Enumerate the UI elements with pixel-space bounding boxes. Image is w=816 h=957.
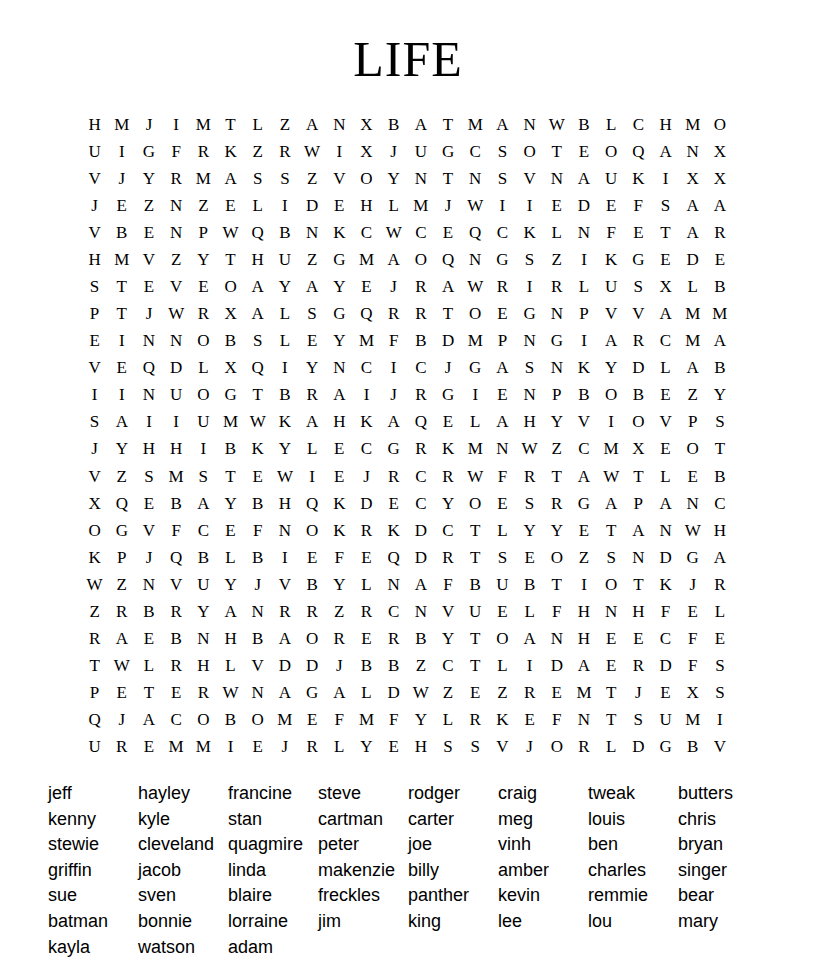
grid-cell[interactable]: T [217, 111, 244, 138]
grid-cell[interactable]: S [516, 246, 543, 273]
grid-cell[interactable]: E [380, 734, 407, 761]
grid-cell[interactable]: E [434, 409, 461, 436]
grid-cell[interactable]: B [706, 273, 733, 300]
grid-cell[interactable]: N [407, 165, 434, 192]
grid-cell[interactable]: X [353, 111, 380, 138]
grid-cell[interactable]: D [163, 355, 190, 382]
grid-cell[interactable]: E [462, 680, 489, 707]
grid-cell[interactable]: C [407, 463, 434, 490]
grid-cell[interactable]: N [570, 707, 597, 734]
grid-cell[interactable]: M [108, 246, 135, 273]
grid-cell[interactable]: S [434, 734, 461, 761]
grid-cell[interactable]: L [652, 463, 679, 490]
grid-cell[interactable]: Y [326, 328, 353, 355]
grid-cell[interactable]: H [625, 598, 652, 625]
grid-cell[interactable]: N [570, 219, 597, 246]
grid-cell[interactable]: R [108, 598, 135, 625]
grid-cell[interactable]: C [625, 111, 652, 138]
grid-cell[interactable]: E [543, 192, 570, 219]
grid-cell[interactable]: B [407, 328, 434, 355]
grid-cell[interactable]: K [271, 409, 298, 436]
grid-cell[interactable]: F [163, 138, 190, 165]
grid-cell[interactable]: I [570, 246, 597, 273]
grid-cell[interactable]: E [135, 273, 162, 300]
grid-cell[interactable]: R [407, 301, 434, 328]
grid-cell[interactable]: T [81, 653, 108, 680]
grid-cell[interactable]: V [271, 571, 298, 598]
grid-cell[interactable]: A [706, 192, 733, 219]
grid-cell[interactable]: K [625, 165, 652, 192]
grid-cell[interactable]: E [326, 192, 353, 219]
grid-cell[interactable]: X [679, 165, 706, 192]
grid-cell[interactable]: Z [326, 598, 353, 625]
grid-cell[interactable]: A [489, 111, 516, 138]
grid-cell[interactable]: E [326, 436, 353, 463]
grid-cell[interactable]: U [271, 246, 298, 273]
grid-cell[interactable]: R [625, 328, 652, 355]
grid-cell[interactable]: H [81, 246, 108, 273]
grid-cell[interactable]: E [108, 192, 135, 219]
grid-cell[interactable]: T [135, 680, 162, 707]
grid-cell[interactable]: N [163, 192, 190, 219]
grid-cell[interactable]: D [652, 653, 679, 680]
grid-cell[interactable]: T [598, 707, 625, 734]
grid-cell[interactable]: T [217, 246, 244, 273]
grid-cell[interactable]: C [380, 598, 407, 625]
grid-cell[interactable]: D [434, 328, 461, 355]
grid-cell[interactable]: L [353, 571, 380, 598]
grid-cell[interactable]: N [598, 598, 625, 625]
grid-cell[interactable]: J [135, 544, 162, 571]
grid-cell[interactable]: O [598, 571, 625, 598]
grid-cell[interactable]: E [299, 707, 326, 734]
grid-cell[interactable]: E [217, 192, 244, 219]
grid-cell[interactable]: C [652, 625, 679, 652]
grid-cell[interactable]: M [353, 328, 380, 355]
grid-cell[interactable]: Z [135, 192, 162, 219]
grid-cell[interactable]: N [135, 328, 162, 355]
grid-cell[interactable]: E [190, 273, 217, 300]
grid-cell[interactable]: N [543, 165, 570, 192]
grid-cell[interactable]: R [299, 382, 326, 409]
grid-cell[interactable]: E [652, 382, 679, 409]
grid-cell[interactable]: N [407, 598, 434, 625]
grid-cell[interactable]: E [706, 625, 733, 652]
grid-cell[interactable]: A [217, 165, 244, 192]
grid-cell[interactable]: R [299, 734, 326, 761]
grid-cell[interactable]: D [299, 192, 326, 219]
grid-cell[interactable]: R [380, 463, 407, 490]
grid-cell[interactable]: S [516, 355, 543, 382]
grid-cell[interactable]: N [462, 165, 489, 192]
grid-cell[interactable]: W [598, 463, 625, 490]
grid-cell[interactable]: S [489, 544, 516, 571]
grid-cell[interactable]: R [570, 734, 597, 761]
grid-cell[interactable]: I [598, 409, 625, 436]
grid-cell[interactable]: V [598, 301, 625, 328]
grid-cell[interactable]: E [570, 517, 597, 544]
grid-cell[interactable]: Q [299, 490, 326, 517]
grid-cell[interactable]: B [380, 653, 407, 680]
grid-cell[interactable]: A [679, 192, 706, 219]
grid-cell[interactable]: D [625, 355, 652, 382]
grid-cell[interactable]: V [434, 598, 461, 625]
grid-cell[interactable]: X [706, 138, 733, 165]
grid-cell[interactable]: V [244, 653, 271, 680]
grid-cell[interactable]: T [598, 517, 625, 544]
grid-cell[interactable]: R [353, 517, 380, 544]
grid-cell[interactable]: O [244, 707, 271, 734]
grid-cell[interactable]: F [380, 328, 407, 355]
grid-cell[interactable]: H [81, 111, 108, 138]
grid-cell[interactable]: E [434, 219, 461, 246]
grid-cell[interactable]: C [353, 355, 380, 382]
grid-cell[interactable]: S [271, 165, 298, 192]
grid-cell[interactable]: G [299, 680, 326, 707]
grid-cell[interactable]: A [489, 355, 516, 382]
grid-cell[interactable]: T [434, 111, 461, 138]
grid-cell[interactable]: B [271, 219, 298, 246]
grid-cell[interactable]: N [516, 328, 543, 355]
grid-cell[interactable]: W [271, 463, 298, 490]
grid-cell[interactable]: J [108, 707, 135, 734]
grid-cell[interactable]: B [217, 436, 244, 463]
grid-cell[interactable]: Y [326, 273, 353, 300]
grid-cell[interactable]: B [244, 625, 271, 652]
grid-cell[interactable]: Z [299, 165, 326, 192]
grid-cell[interactable]: R [190, 301, 217, 328]
grid-cell[interactable]: G [217, 382, 244, 409]
grid-cell[interactable]: R [163, 653, 190, 680]
grid-cell[interactable]: L [652, 355, 679, 382]
grid-cell[interactable]: O [462, 301, 489, 328]
grid-cell[interactable]: G [326, 301, 353, 328]
grid-cell[interactable]: L [434, 707, 461, 734]
grid-cell[interactable]: F [598, 219, 625, 246]
grid-cell[interactable]: E [679, 463, 706, 490]
grid-cell[interactable]: A [434, 273, 461, 300]
grid-cell[interactable]: T [543, 138, 570, 165]
grid-cell[interactable]: W [462, 463, 489, 490]
grid-cell[interactable]: O [190, 707, 217, 734]
grid-cell[interactable]: A [380, 409, 407, 436]
grid-cell[interactable]: I [190, 436, 217, 463]
grid-cell[interactable]: T [434, 165, 461, 192]
grid-cell[interactable]: S [706, 409, 733, 436]
grid-cell[interactable]: M [679, 328, 706, 355]
grid-cell[interactable]: Y [135, 165, 162, 192]
grid-cell[interactable]: O [190, 328, 217, 355]
grid-cell[interactable]: J [244, 571, 271, 598]
grid-cell[interactable]: F [543, 598, 570, 625]
grid-cell[interactable]: E [353, 273, 380, 300]
grid-cell[interactable]: E [244, 734, 271, 761]
grid-cell[interactable]: J [353, 463, 380, 490]
grid-cell[interactable]: S [489, 165, 516, 192]
grid-cell[interactable]: J [380, 273, 407, 300]
grid-cell[interactable]: V [81, 355, 108, 382]
grid-cell[interactable]: Z [543, 436, 570, 463]
grid-cell[interactable]: E [81, 328, 108, 355]
grid-cell[interactable]: Z [407, 653, 434, 680]
grid-cell[interactable]: O [706, 111, 733, 138]
grid-cell[interactable]: I [108, 328, 135, 355]
grid-cell[interactable]: Y [108, 436, 135, 463]
grid-cell[interactable]: K [326, 219, 353, 246]
grid-cell[interactable]: R [543, 273, 570, 300]
grid-cell[interactable]: L [271, 328, 298, 355]
grid-cell[interactable]: T [598, 680, 625, 707]
grid-cell[interactable]: L [380, 192, 407, 219]
grid-cell[interactable]: I [217, 734, 244, 761]
grid-cell[interactable]: E [570, 138, 597, 165]
grid-cell[interactable]: Z [570, 544, 597, 571]
grid-cell[interactable]: F [163, 517, 190, 544]
grid-cell[interactable]: R [407, 382, 434, 409]
grid-cell[interactable]: H [190, 653, 217, 680]
grid-cell[interactable]: J [679, 571, 706, 598]
grid-cell[interactable]: Q [380, 544, 407, 571]
grid-cell[interactable]: G [326, 246, 353, 273]
grid-cell[interactable]: Y [217, 490, 244, 517]
grid-cell[interactable]: W [543, 111, 570, 138]
grid-cell[interactable]: U [598, 165, 625, 192]
grid-cell[interactable]: N [326, 111, 353, 138]
grid-cell[interactable]: H [244, 246, 271, 273]
grid-cell[interactable]: U [163, 382, 190, 409]
grid-cell[interactable]: N [543, 355, 570, 382]
grid-cell[interactable]: H [570, 625, 597, 652]
grid-cell[interactable]: I [380, 355, 407, 382]
grid-cell[interactable]: I [570, 328, 597, 355]
grid-cell[interactable]: F [679, 653, 706, 680]
grid-cell[interactable]: T [462, 517, 489, 544]
grid-cell[interactable]: Z [244, 138, 271, 165]
grid-cell[interactable]: C [353, 436, 380, 463]
grid-cell[interactable]: D [625, 734, 652, 761]
grid-cell[interactable]: O [516, 138, 543, 165]
grid-cell[interactable]: N [462, 246, 489, 273]
grid-cell[interactable]: D [271, 653, 298, 680]
grid-cell[interactable]: L [271, 301, 298, 328]
grid-cell[interactable]: R [81, 625, 108, 652]
grid-cell[interactable]: E [706, 246, 733, 273]
grid-cell[interactable]: X [81, 490, 108, 517]
grid-cell[interactable]: R [434, 463, 461, 490]
grid-cell[interactable]: Q [625, 138, 652, 165]
grid-cell[interactable]: E [135, 219, 162, 246]
grid-cell[interactable]: C [407, 355, 434, 382]
grid-cell[interactable]: S [625, 707, 652, 734]
grid-cell[interactable]: N [625, 544, 652, 571]
grid-cell[interactable]: N [163, 219, 190, 246]
grid-cell[interactable]: R [434, 544, 461, 571]
grid-cell[interactable]: V [81, 165, 108, 192]
grid-cell[interactable]: O [543, 544, 570, 571]
grid-cell[interactable]: E [217, 517, 244, 544]
grid-cell[interactable]: Q [462, 219, 489, 246]
grid-cell[interactable]: A [407, 111, 434, 138]
grid-cell[interactable]: G [625, 246, 652, 273]
grid-cell[interactable]: E [326, 463, 353, 490]
grid-cell[interactable]: L [489, 653, 516, 680]
grid-cell[interactable]: A [679, 219, 706, 246]
grid-cell[interactable]: L [217, 544, 244, 571]
grid-cell[interactable]: S [244, 328, 271, 355]
grid-cell[interactable]: H [326, 409, 353, 436]
grid-cell[interactable]: O [679, 436, 706, 463]
grid-cell[interactable]: S [625, 273, 652, 300]
grid-cell[interactable]: A [407, 571, 434, 598]
grid-cell[interactable]: B [706, 463, 733, 490]
grid-cell[interactable]: N [299, 219, 326, 246]
grid-cell[interactable]: S [81, 273, 108, 300]
grid-cell[interactable]: E [652, 436, 679, 463]
grid-cell[interactable]: Y [516, 517, 543, 544]
grid-cell[interactable]: J [108, 165, 135, 192]
grid-cell[interactable]: I [108, 138, 135, 165]
grid-cell[interactable]: W [407, 680, 434, 707]
grid-cell[interactable]: I [353, 382, 380, 409]
grid-cell[interactable]: K [652, 571, 679, 598]
grid-cell[interactable]: G [679, 544, 706, 571]
grid-cell[interactable]: B [570, 111, 597, 138]
grid-cell[interactable]: D [679, 246, 706, 273]
grid-cell[interactable]: N [679, 138, 706, 165]
grid-cell[interactable]: R [516, 463, 543, 490]
grid-cell[interactable]: J [380, 382, 407, 409]
grid-cell[interactable]: I [516, 273, 543, 300]
grid-cell[interactable]: D [299, 653, 326, 680]
grid-cell[interactable]: V [652, 409, 679, 436]
grid-cell[interactable]: Q [353, 301, 380, 328]
grid-cell[interactable]: F [244, 517, 271, 544]
grid-cell[interactable]: Y [407, 707, 434, 734]
grid-cell[interactable]: Z [163, 246, 190, 273]
grid-cell[interactable]: F [434, 571, 461, 598]
grid-cell[interactable]: Y [271, 273, 298, 300]
grid-cell[interactable]: S [190, 463, 217, 490]
grid-cell[interactable]: U [81, 734, 108, 761]
grid-cell[interactable]: R [407, 436, 434, 463]
grid-cell[interactable]: B [380, 111, 407, 138]
grid-cell[interactable]: L [706, 598, 733, 625]
grid-cell[interactable]: Q [407, 409, 434, 436]
grid-cell[interactable]: E [516, 707, 543, 734]
grid-cell[interactable]: C [489, 219, 516, 246]
grid-cell[interactable]: Q [434, 246, 461, 273]
grid-cell[interactable]: G [462, 355, 489, 382]
grid-cell[interactable]: E [135, 734, 162, 761]
grid-cell[interactable]: P [625, 490, 652, 517]
grid-cell[interactable]: D [353, 490, 380, 517]
grid-cell[interactable]: I [271, 544, 298, 571]
grid-cell[interactable]: I [135, 409, 162, 436]
grid-cell[interactable]: N [244, 680, 271, 707]
grid-cell[interactable]: L [244, 192, 271, 219]
grid-cell[interactable]: A [217, 598, 244, 625]
grid-cell[interactable]: B [271, 382, 298, 409]
grid-cell[interactable]: T [244, 382, 271, 409]
grid-cell[interactable]: G [489, 246, 516, 273]
grid-cell[interactable]: B [407, 625, 434, 652]
grid-cell[interactable]: C [163, 707, 190, 734]
grid-cell[interactable]: M [407, 192, 434, 219]
grid-cell[interactable]: K [244, 436, 271, 463]
grid-cell[interactable]: A [135, 707, 162, 734]
grid-cell[interactable]: Q [163, 544, 190, 571]
grid-cell[interactable]: O [217, 273, 244, 300]
grid-cell[interactable]: V [326, 165, 353, 192]
grid-cell[interactable]: Q [135, 355, 162, 382]
grid-cell[interactable]: X [217, 355, 244, 382]
grid-cell[interactable]: F [326, 707, 353, 734]
grid-cell[interactable]: G [543, 328, 570, 355]
grid-cell[interactable]: P [81, 680, 108, 707]
grid-cell[interactable]: E [652, 680, 679, 707]
grid-cell[interactable]: Z [190, 192, 217, 219]
grid-cell[interactable]: L [570, 273, 597, 300]
grid-cell[interactable]: W [380, 219, 407, 246]
grid-cell[interactable]: P [108, 544, 135, 571]
grid-cell[interactable]: O [190, 382, 217, 409]
grid-cell[interactable]: I [271, 355, 298, 382]
grid-cell[interactable]: A [190, 490, 217, 517]
grid-cell[interactable]: V [516, 165, 543, 192]
grid-cell[interactable]: L [326, 734, 353, 761]
grid-cell[interactable]: D [543, 653, 570, 680]
grid-cell[interactable]: S [81, 409, 108, 436]
grid-cell[interactable]: F [652, 598, 679, 625]
grid-cell[interactable]: J [625, 680, 652, 707]
grid-cell[interactable]: R [489, 273, 516, 300]
grid-cell[interactable]: T [108, 301, 135, 328]
grid-cell[interactable]: T [652, 219, 679, 246]
grid-cell[interactable]: U [462, 598, 489, 625]
grid-cell[interactable]: J [380, 138, 407, 165]
grid-cell[interactable]: T [434, 301, 461, 328]
grid-cell[interactable]: K [81, 544, 108, 571]
grid-cell[interactable]: P [570, 301, 597, 328]
grid-cell[interactable]: O [407, 246, 434, 273]
grid-cell[interactable]: T [217, 463, 244, 490]
grid-cell[interactable]: C [190, 517, 217, 544]
grid-cell[interactable]: K [217, 138, 244, 165]
grid-cell[interactable]: R [625, 653, 652, 680]
grid-cell[interactable]: Y [271, 436, 298, 463]
grid-cell[interactable]: Y [299, 355, 326, 382]
grid-cell[interactable]: K [326, 517, 353, 544]
grid-cell[interactable]: Z [489, 680, 516, 707]
grid-cell[interactable]: O [81, 517, 108, 544]
grid-cell[interactable]: N [244, 598, 271, 625]
grid-cell[interactable]: W [244, 409, 271, 436]
grid-cell[interactable]: R [326, 625, 353, 652]
grid-cell[interactable]: B [299, 571, 326, 598]
grid-cell[interactable]: G [135, 138, 162, 165]
grid-cell[interactable]: R [516, 680, 543, 707]
grid-cell[interactable]: A [108, 625, 135, 652]
grid-cell[interactable]: S [244, 165, 271, 192]
grid-cell[interactable]: Y [353, 734, 380, 761]
grid-cell[interactable]: W [516, 436, 543, 463]
grid-cell[interactable]: E [380, 490, 407, 517]
grid-cell[interactable]: S [135, 463, 162, 490]
grid-cell[interactable]: R [271, 598, 298, 625]
grid-cell[interactable]: Y [380, 165, 407, 192]
grid-cell[interactable]: M [679, 707, 706, 734]
grid-cell[interactable]: A [652, 138, 679, 165]
